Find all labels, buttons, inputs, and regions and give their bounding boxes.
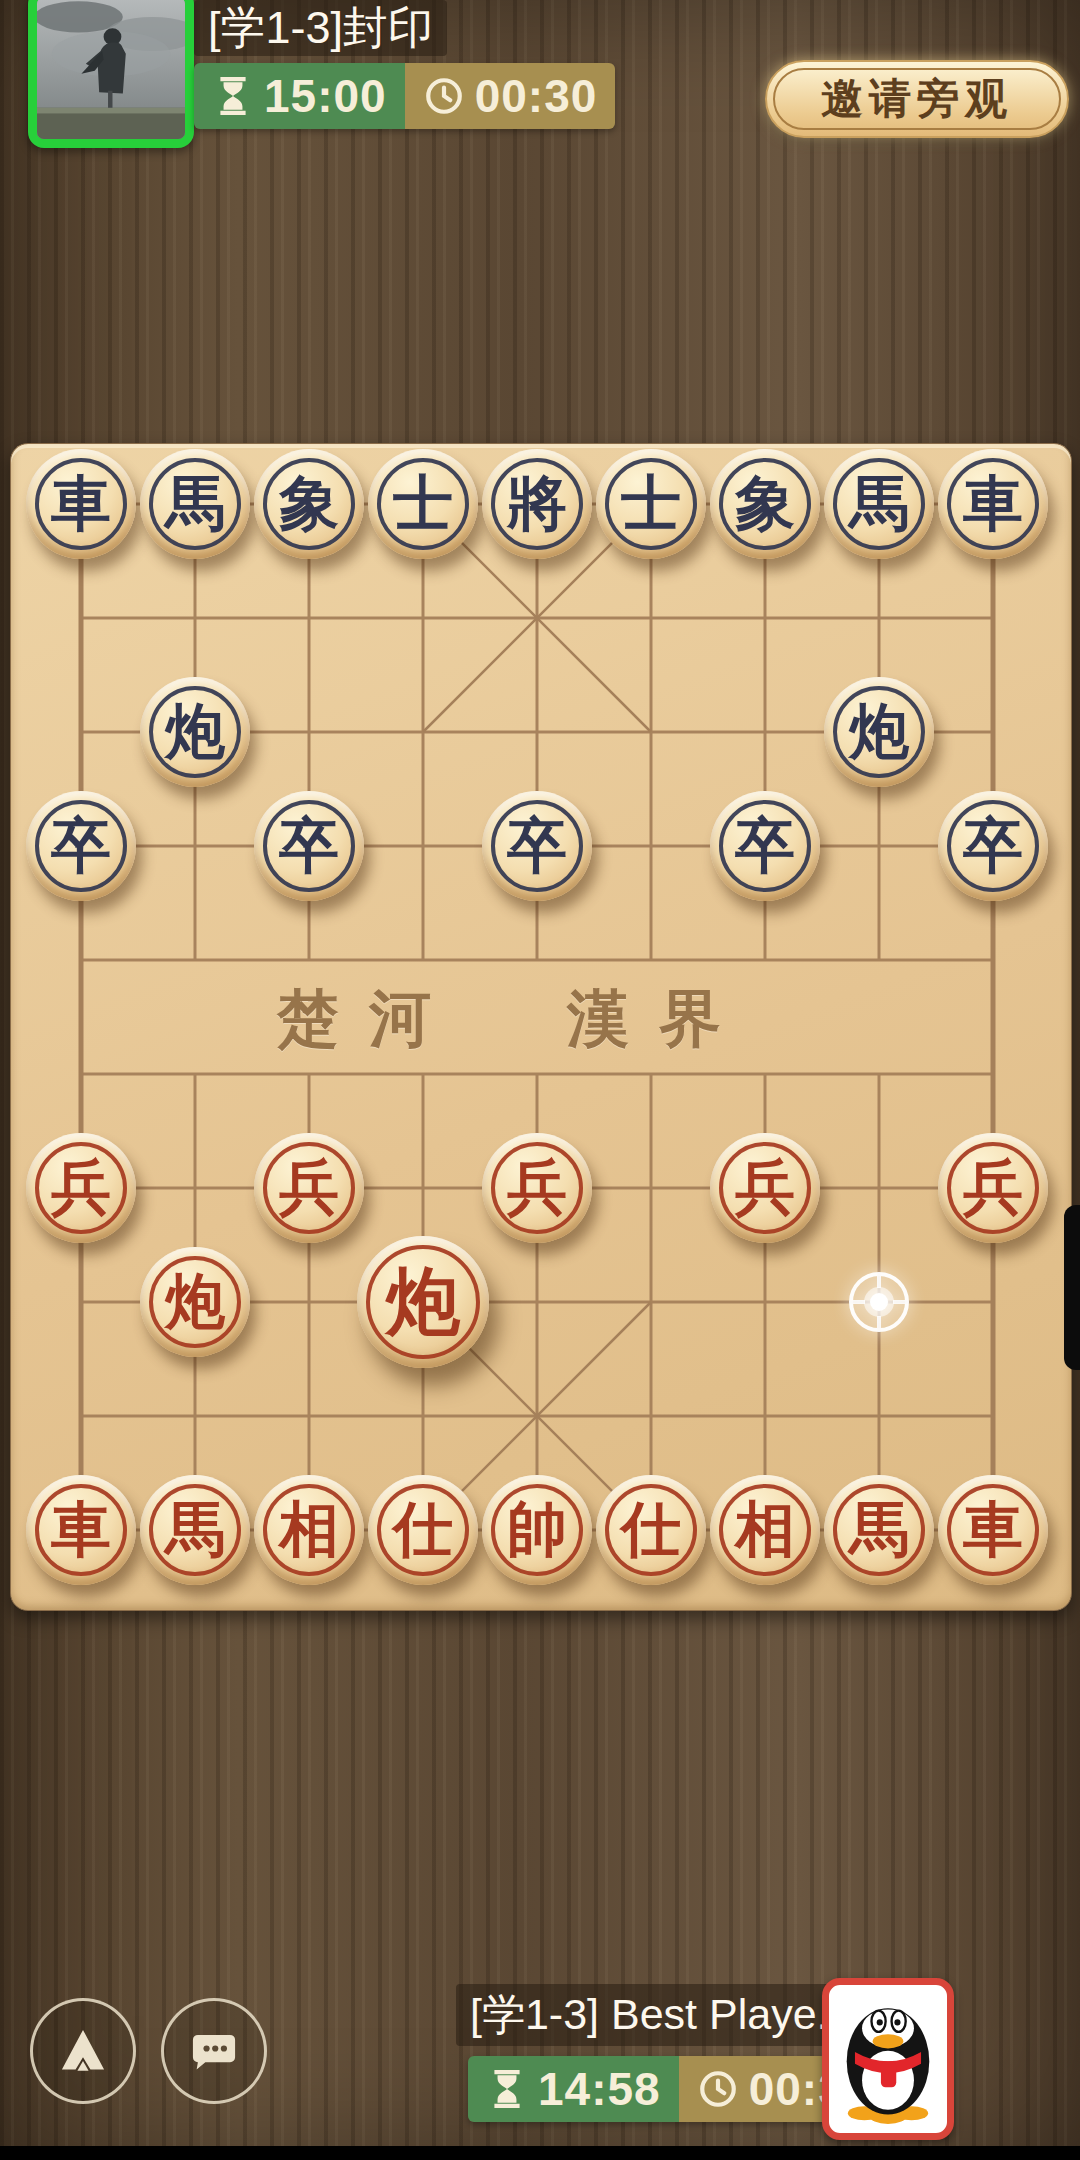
top-player-name-text: [学1-3]封印 [208,0,433,58]
invite-spectate-label: 邀请旁观 [821,71,1013,127]
piece-red-車[interactable]: 車 [938,1475,1048,1585]
piece-black-士[interactable]: 士 [596,449,706,559]
piece-black-象[interactable]: 象 [710,449,820,559]
piece-red-車[interactable]: 車 [26,1475,136,1585]
piece-glyph: 卒 [279,816,339,876]
piece-red-仕[interactable]: 仕 [596,1475,706,1585]
piece-black-炮[interactable]: 炮 [824,677,934,787]
piece-glyph: 兵 [279,1158,339,1218]
piece-black-將[interactable]: 將 [482,449,592,559]
piece-glyph: 車 [963,474,1023,534]
hourglass-icon [486,2068,528,2110]
invite-spectate-button[interactable]: 邀请旁观 [765,60,1069,138]
piece-red-馬[interactable]: 馬 [824,1475,934,1585]
chat-button[interactable] [161,1998,267,2104]
piece-glyph: 將 [507,474,567,534]
piece-glyph: 卒 [963,816,1023,876]
river-label-right: 漢界 [567,977,751,1061]
bottom-main-timer: 14:58 [468,2056,679,2122]
piece-red-炮[interactable]: 炮 [140,1247,250,1357]
piece-red-兵[interactable]: 兵 [710,1133,820,1243]
clock-icon [423,75,465,117]
top-player-avatar[interactable] [28,0,194,148]
piece-glyph: 卒 [735,816,795,876]
piece-glyph: 仕 [621,1500,681,1560]
piece-glyph: 炮 [165,1272,225,1332]
piece-black-卒[interactable]: 卒 [26,791,136,901]
bottom-player-name-text: [学1-3] Best Playe... [470,1986,852,2044]
top-move-timer: 00:30 [405,63,616,129]
piece-red-炮[interactable]: 炮 [357,1236,489,1368]
upgrade-arrow-icon [52,2020,114,2082]
piece-red-馬[interactable]: 馬 [140,1475,250,1585]
piece-glyph: 炮 [386,1265,460,1339]
river-label-left: 楚河 [277,977,461,1061]
piece-black-炮[interactable]: 炮 [140,677,250,787]
piece-red-相[interactable]: 相 [710,1475,820,1585]
piece-black-馬[interactable]: 馬 [824,449,934,559]
piece-glyph: 兵 [507,1158,567,1218]
piece-glyph: 象 [735,474,795,534]
top-move-time: 00:30 [475,69,598,123]
piece-glyph: 炮 [849,702,909,762]
chat-bubble-icon [183,2020,245,2082]
piece-red-相[interactable]: 相 [254,1475,364,1585]
piece-glyph: 兵 [963,1158,1023,1218]
piece-black-象[interactable]: 象 [254,449,364,559]
piece-black-卒[interactable]: 卒 [938,791,1048,901]
top-main-time: 15:00 [264,69,387,123]
piece-black-車[interactable]: 車 [938,449,1048,559]
piece-red-兵[interactable]: 兵 [26,1133,136,1243]
bottom-system-bar [0,2146,1080,2160]
piece-glyph: 相 [279,1500,339,1560]
side-drawer-handle[interactable] [1064,1205,1080,1370]
clock-icon [697,2068,739,2110]
piece-glyph: 相 [735,1500,795,1560]
piece-black-車[interactable]: 車 [26,449,136,559]
top-main-timer: 15:00 [194,63,405,129]
piece-glyph: 卒 [51,816,111,876]
piece-red-兵[interactable]: 兵 [938,1133,1048,1243]
piece-red-兵[interactable]: 兵 [482,1133,592,1243]
piece-glyph: 馬 [849,474,909,534]
piece-glyph: 馬 [165,1500,225,1560]
piece-glyph: 士 [621,474,681,534]
board-grid [11,444,1071,1610]
piece-glyph: 兵 [51,1158,111,1218]
bottom-main-time: 14:58 [538,2062,661,2116]
piece-glyph: 帥 [507,1500,567,1560]
piece-glyph: 車 [51,474,111,534]
qq-penguin-avatar[interactable] [822,1978,954,2140]
piece-glyph: 馬 [165,474,225,534]
piece-black-卒[interactable]: 卒 [710,791,820,901]
xiangqi-board[interactable]: 楚河 漢界 車馬象士將士象馬車炮炮卒卒卒卒卒兵兵兵兵兵炮炮車馬相仕帥仕相馬車 [10,443,1072,1611]
piece-glyph: 車 [963,1500,1023,1560]
piece-glyph: 炮 [165,702,225,762]
top-player-timers: 15:00 00:30 [194,63,615,129]
piece-glyph: 仕 [393,1500,453,1560]
piece-glyph: 卒 [507,816,567,876]
piece-glyph: 象 [279,474,339,534]
piece-red-仕[interactable]: 仕 [368,1475,478,1585]
piece-black-士[interactable]: 士 [368,449,478,559]
avatar-photo-icon [37,0,185,139]
piece-black-卒[interactable]: 卒 [254,791,364,901]
piece-black-馬[interactable]: 馬 [140,449,250,559]
piece-glyph: 士 [393,474,453,534]
piece-glyph: 馬 [849,1500,909,1560]
top-player-name: [学1-3]封印 [194,0,447,56]
qq-penguin-icon [829,1985,947,2133]
piece-glyph: 兵 [735,1158,795,1218]
upgrade-button[interactable] [30,1998,136,2104]
piece-red-兵[interactable]: 兵 [254,1133,364,1243]
piece-black-卒[interactable]: 卒 [482,791,592,901]
hourglass-icon [212,75,254,117]
piece-glyph: 車 [51,1500,111,1560]
bottom-player-name: [学1-3] Best Playe... [456,1984,866,2046]
piece-red-帥[interactable]: 帥 [482,1475,592,1585]
last-move-origin-marker [841,1264,917,1340]
